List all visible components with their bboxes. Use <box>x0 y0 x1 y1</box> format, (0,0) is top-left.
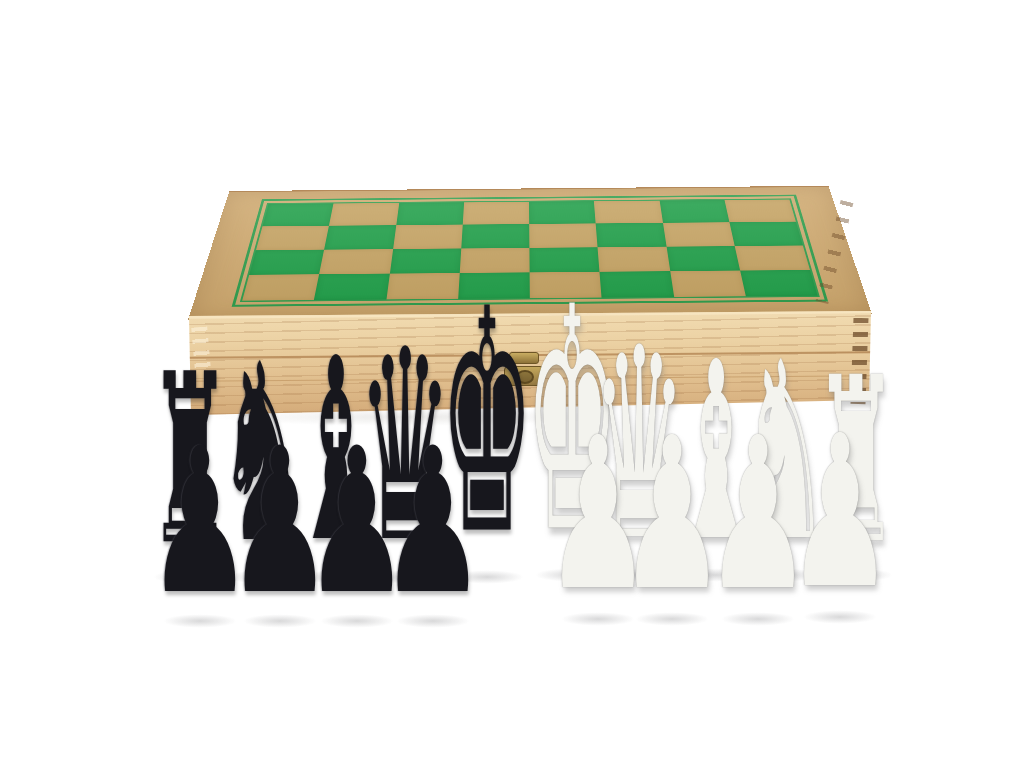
pieces-layer: ♜♞♝♛♚♚♛♝♞♜♟♟♟♟♟♟♟♟ <box>0 0 1028 771</box>
black-pawn: ♟ <box>380 421 486 622</box>
white-pawn: ♟ <box>786 408 894 618</box>
product-photo-chess-box-scene: ♜♞♝♛♚♚♛♝♞♜♟♟♟♟♟♟♟♟ <box>0 0 1028 771</box>
